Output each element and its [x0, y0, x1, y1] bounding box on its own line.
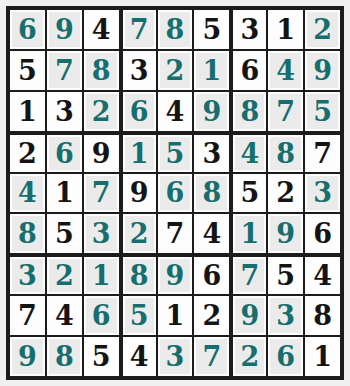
sudoku-cell-r5c7[interactable]: 5 — [231, 174, 266, 213]
sudoku-cell-r7c4[interactable]: 8 — [121, 255, 156, 294]
sudoku-cell-r4c3[interactable]: 9 — [84, 133, 119, 172]
sudoku-cell-r7c6[interactable]: 6 — [194, 255, 229, 294]
sudoku-cell-r8c5[interactable]: 1 — [158, 296, 193, 335]
sudoku-cell-r6c5[interactable]: 7 — [158, 214, 193, 253]
sudoku-cell-r6c6[interactable]: 4 — [194, 214, 229, 253]
sudoku-cell-r3c7[interactable]: 8 — [231, 92, 266, 131]
sudoku-cell-r7c5[interactable]: 9 — [158, 255, 193, 294]
sudoku-cell-r9c4[interactable]: 4 — [121, 337, 156, 376]
sudoku-cell-r6c4[interactable]: 2 — [121, 214, 156, 253]
sudoku-cell-r9c3[interactable]: 5 — [84, 337, 119, 376]
sudoku-cell-r4c8[interactable]: 8 — [268, 133, 303, 172]
sudoku-cell-r4c7[interactable]: 4 — [231, 133, 266, 172]
sudoku-cell-r1c5[interactable]: 8 — [158, 10, 193, 49]
sudoku-cell-r6c3[interactable]: 3 — [84, 214, 119, 253]
sudoku-cell-r1c8[interactable]: 1 — [268, 10, 303, 49]
sudoku-cell-r1c6[interactable]: 5 — [194, 10, 229, 49]
sudoku-cell-r2c5[interactable]: 2 — [158, 51, 193, 90]
sudoku-cell-r7c2[interactable]: 2 — [47, 255, 82, 294]
sudoku-cell-r3c8[interactable]: 7 — [268, 92, 303, 131]
sudoku-cell-r1c2[interactable]: 9 — [47, 10, 82, 49]
sudoku-cell-r6c1[interactable]: 8 — [10, 214, 45, 253]
sudoku-cell-r1c4[interactable]: 7 — [121, 10, 156, 49]
sudoku-cell-r5c4[interactable]: 9 — [121, 174, 156, 213]
sudoku-cell-r8c3[interactable]: 6 — [84, 296, 119, 335]
sudoku-cell-r1c9[interactable]: 2 — [305, 10, 340, 49]
sudoku-cell-r9c6[interactable]: 7 — [194, 337, 229, 376]
sudoku-cell-r5c2[interactable]: 1 — [47, 174, 82, 213]
sudoku-cell-r2c9[interactable]: 9 — [305, 51, 340, 90]
sudoku-cell-r6c7[interactable]: 1 — [231, 214, 266, 253]
sudoku-cell-r9c9[interactable]: 1 — [305, 337, 340, 376]
sudoku-cell-r8c4[interactable]: 5 — [121, 296, 156, 335]
sudoku-cell-r4c2[interactable]: 6 — [47, 133, 82, 172]
sudoku-cell-r9c8[interactable]: 6 — [268, 337, 303, 376]
sudoku-cell-r3c2[interactable]: 3 — [47, 92, 82, 131]
sudoku-cell-r3c1[interactable]: 1 — [10, 92, 45, 131]
sudoku-cell-r4c6[interactable]: 3 — [194, 133, 229, 172]
sudoku-cell-r5c9[interactable]: 3 — [305, 174, 340, 213]
sudoku-cell-r5c6[interactable]: 8 — [194, 174, 229, 213]
sudoku-cell-r4c9[interactable]: 7 — [305, 133, 340, 172]
sudoku-cell-r8c8[interactable]: 3 — [268, 296, 303, 335]
sudoku-cell-r8c2[interactable]: 4 — [47, 296, 82, 335]
sudoku-cell-r7c1[interactable]: 3 — [10, 255, 45, 294]
sudoku-page: 6947853125783216491326498752691534874179… — [0, 0, 350, 386]
sudoku-cell-r4c1[interactable]: 2 — [10, 133, 45, 172]
sudoku-cell-r6c2[interactable]: 5 — [47, 214, 82, 253]
sudoku-cell-r3c6[interactable]: 9 — [194, 92, 229, 131]
sudoku-cell-r9c5[interactable]: 3 — [158, 337, 193, 376]
sudoku-cell-r3c4[interactable]: 6 — [121, 92, 156, 131]
sudoku-cell-r2c1[interactable]: 5 — [10, 51, 45, 90]
sudoku-cell-r2c3[interactable]: 8 — [84, 51, 119, 90]
sudoku-cell-r7c7[interactable]: 7 — [231, 255, 266, 294]
sudoku-cell-r9c1[interactable]: 9 — [10, 337, 45, 376]
sudoku-cell-r5c3[interactable]: 7 — [84, 174, 119, 213]
sudoku-cell-r4c5[interactable]: 5 — [158, 133, 193, 172]
sudoku-cell-r3c5[interactable]: 4 — [158, 92, 193, 131]
sudoku-cell-r3c3[interactable]: 2 — [84, 92, 119, 131]
sudoku-cell-r1c3[interactable]: 4 — [84, 10, 119, 49]
sudoku-cell-r8c7[interactable]: 9 — [231, 296, 266, 335]
sudoku-cell-r4c4[interactable]: 1 — [121, 133, 156, 172]
sudoku-cell-r2c4[interactable]: 3 — [121, 51, 156, 90]
sudoku-cell-r8c1[interactable]: 7 — [10, 296, 45, 335]
sudoku-cell-r6c8[interactable]: 9 — [268, 214, 303, 253]
sudoku-cell-r2c8[interactable]: 4 — [268, 51, 303, 90]
sudoku-cell-r7c9[interactable]: 4 — [305, 255, 340, 294]
sudoku-cell-r2c6[interactable]: 1 — [194, 51, 229, 90]
sudoku-cell-r5c1[interactable]: 4 — [10, 174, 45, 213]
sudoku-cell-r5c8[interactable]: 2 — [268, 174, 303, 213]
sudoku-cell-r3c9[interactable]: 5 — [305, 92, 340, 131]
sudoku-cell-r2c7[interactable]: 6 — [231, 51, 266, 90]
sudoku-cell-r8c9[interactable]: 8 — [305, 296, 340, 335]
sudoku-cell-r8c6[interactable]: 2 — [194, 296, 229, 335]
sudoku-cell-r1c1[interactable]: 6 — [10, 10, 45, 49]
sudoku-cell-r7c3[interactable]: 1 — [84, 255, 119, 294]
sudoku-cell-r1c7[interactable]: 3 — [231, 10, 266, 49]
sudoku-cell-r9c7[interactable]: 2 — [231, 337, 266, 376]
sudoku-cell-r6c9[interactable]: 6 — [305, 214, 340, 253]
sudoku-cell-r5c5[interactable]: 6 — [158, 174, 193, 213]
sudoku-cell-r7c8[interactable]: 5 — [268, 255, 303, 294]
sudoku-cell-r9c2[interactable]: 8 — [47, 337, 82, 376]
sudoku-board: 6947853125783216491326498752691534874179… — [6, 6, 344, 380]
sudoku-cell-r2c2[interactable]: 7 — [47, 51, 82, 90]
